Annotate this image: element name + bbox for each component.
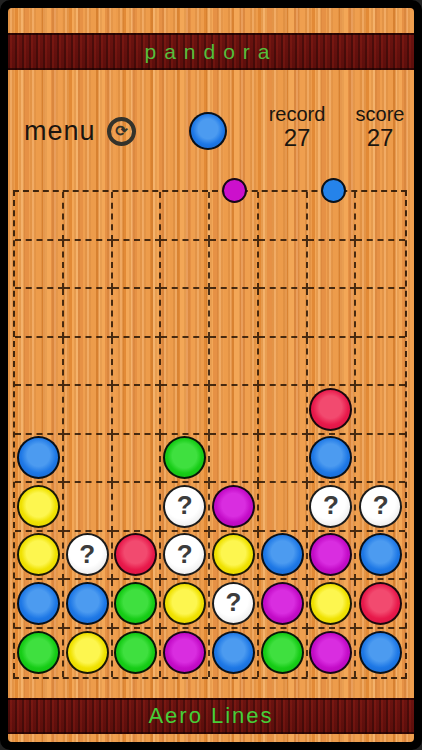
cell[interactable]	[113, 289, 162, 338]
ball-unknown[interactable]: ?	[163, 485, 206, 528]
ball-blue[interactable]	[66, 582, 109, 625]
cell[interactable]	[308, 629, 357, 678]
cell[interactable]	[356, 532, 405, 581]
cell[interactable]	[113, 338, 162, 387]
ball-magenta[interactable]	[309, 631, 352, 674]
game-board: ??????	[13, 190, 407, 679]
cell[interactable]	[259, 192, 308, 241]
cell[interactable]	[308, 289, 357, 338]
cell[interactable]	[15, 435, 64, 484]
cell[interactable]	[259, 580, 308, 629]
record-value: 27	[255, 125, 339, 151]
cell[interactable]	[161, 580, 210, 629]
cell[interactable]	[259, 483, 308, 532]
ball-green[interactable]	[114, 631, 157, 674]
cell[interactable]	[259, 289, 308, 338]
cell[interactable]	[15, 629, 64, 678]
ball-yellow[interactable]	[66, 631, 109, 674]
cell[interactable]	[356, 386, 405, 435]
question-glyph: ?	[323, 492, 339, 518]
current-ball-slot	[189, 112, 227, 150]
ball-green[interactable]	[114, 582, 157, 625]
cell[interactable]	[210, 435, 259, 484]
ball-blue[interactable]	[17, 582, 60, 625]
cell[interactable]	[161, 629, 210, 678]
ball-red[interactable]	[114, 533, 157, 576]
cell[interactable]	[113, 483, 162, 532]
question-glyph: ?	[177, 541, 193, 567]
cell[interactable]	[161, 241, 210, 290]
cell[interactable]	[356, 435, 405, 484]
cell[interactable]: ?	[308, 483, 357, 532]
cell[interactable]	[64, 580, 113, 629]
cell[interactable]	[15, 483, 64, 532]
cell[interactable]	[356, 192, 405, 241]
cell[interactable]	[161, 435, 210, 484]
cell[interactable]	[308, 580, 357, 629]
ball-red[interactable]	[359, 582, 402, 625]
cell[interactable]	[210, 338, 259, 387]
cell[interactable]	[210, 629, 259, 678]
cell[interactable]	[161, 386, 210, 435]
cell[interactable]	[308, 532, 357, 581]
cell[interactable]	[64, 192, 113, 241]
cell[interactable]	[113, 629, 162, 678]
cell[interactable]	[15, 580, 64, 629]
app-screen: pandora menu ⟳ record 27 score 27 ??????…	[0, 0, 422, 750]
menu-button[interactable]: menu	[24, 116, 96, 147]
ball-green[interactable]	[163, 436, 206, 479]
cell[interactable]	[64, 483, 113, 532]
cell[interactable]	[113, 435, 162, 484]
cell[interactable]	[210, 289, 259, 338]
top-banner-title: pandora	[144, 40, 277, 64]
cell[interactable]: ?	[210, 580, 259, 629]
cell[interactable]	[161, 338, 210, 387]
cell[interactable]	[113, 241, 162, 290]
cell[interactable]	[210, 483, 259, 532]
bottom-banner: Aero Lines	[8, 698, 414, 734]
question-glyph: ?	[373, 492, 389, 518]
cell[interactable]	[356, 289, 405, 338]
cell[interactable]	[259, 629, 308, 678]
score-stat: score 27	[338, 103, 422, 151]
question-glyph: ?	[225, 589, 241, 615]
ball-blue[interactable]	[359, 631, 402, 674]
ball-blue[interactable]	[212, 631, 255, 674]
next-ball-blue	[321, 178, 346, 203]
ball-magenta[interactable]	[163, 631, 206, 674]
current-ball-blue	[189, 112, 227, 150]
cell[interactable]	[113, 532, 162, 581]
score-value: 27	[338, 125, 422, 151]
cell[interactable]	[259, 338, 308, 387]
cell[interactable]	[15, 192, 64, 241]
cell[interactable]	[356, 338, 405, 387]
ball-magenta[interactable]	[261, 582, 304, 625]
score-label: score	[338, 103, 422, 125]
cell[interactable]	[259, 241, 308, 290]
cell[interactable]	[15, 532, 64, 581]
ball-blue[interactable]	[261, 533, 304, 576]
ball-green[interactable]	[17, 631, 60, 674]
cell[interactable]: ?	[161, 483, 210, 532]
record-stat: record 27	[255, 103, 339, 151]
cell[interactable]	[64, 289, 113, 338]
ball-blue[interactable]	[359, 533, 402, 576]
cell[interactable]	[210, 532, 259, 581]
cell[interactable]	[259, 435, 308, 484]
ball-red[interactable]	[309, 388, 352, 431]
cell[interactable]	[161, 192, 210, 241]
cell[interactable]	[308, 241, 357, 290]
record-label: record	[255, 103, 339, 125]
question-glyph: ?	[79, 541, 95, 567]
cell[interactable]: ?	[161, 532, 210, 581]
ball-unknown[interactable]: ?	[163, 533, 206, 576]
ball-magenta[interactable]	[212, 485, 255, 528]
cell[interactable]	[210, 386, 259, 435]
ball-yellow[interactable]	[17, 485, 60, 528]
cell[interactable]	[15, 338, 64, 387]
top-banner: pandora	[8, 33, 414, 70]
ball-blue[interactable]	[17, 436, 60, 479]
cell[interactable]	[161, 289, 210, 338]
cell[interactable]	[308, 386, 357, 435]
question-glyph: ?	[177, 492, 193, 518]
ball-blue[interactable]	[309, 436, 352, 479]
cell[interactable]	[64, 629, 113, 678]
cell[interactable]: ?	[356, 483, 405, 532]
cell[interactable]	[308, 338, 357, 387]
cell[interactable]	[113, 580, 162, 629]
ball-unknown[interactable]: ?	[66, 533, 109, 576]
cell[interactable]	[259, 386, 308, 435]
ball-unknown[interactable]: ?	[309, 485, 352, 528]
cell[interactable]	[259, 532, 308, 581]
ball-magenta[interactable]	[309, 533, 352, 576]
cell[interactable]	[15, 386, 64, 435]
bottom-banner-title: Aero Lines	[148, 703, 273, 729]
ball-yellow[interactable]	[212, 533, 255, 576]
cell[interactable]	[356, 241, 405, 290]
ball-green[interactable]	[261, 631, 304, 674]
ball-yellow[interactable]	[163, 582, 206, 625]
cell[interactable]	[356, 629, 405, 678]
cell[interactable]: ?	[64, 532, 113, 581]
cell[interactable]	[308, 435, 357, 484]
next-ball-magenta	[222, 178, 247, 203]
cell[interactable]	[64, 241, 113, 290]
cell[interactable]	[15, 289, 64, 338]
cell[interactable]	[113, 386, 162, 435]
cell[interactable]	[15, 241, 64, 290]
cell[interactable]	[210, 241, 259, 290]
cell[interactable]	[113, 192, 162, 241]
cell[interactable]	[356, 580, 405, 629]
refresh-icon: ⟳	[115, 123, 128, 138]
cell[interactable]	[64, 386, 113, 435]
ball-unknown[interactable]: ?	[359, 485, 402, 528]
cell[interactable]	[64, 435, 113, 484]
ball-yellow[interactable]	[17, 533, 60, 576]
ball-unknown[interactable]: ?	[212, 582, 255, 625]
ball-yellow[interactable]	[309, 582, 352, 625]
refresh-button[interactable]: ⟳	[107, 117, 136, 146]
cell[interactable]	[64, 338, 113, 387]
